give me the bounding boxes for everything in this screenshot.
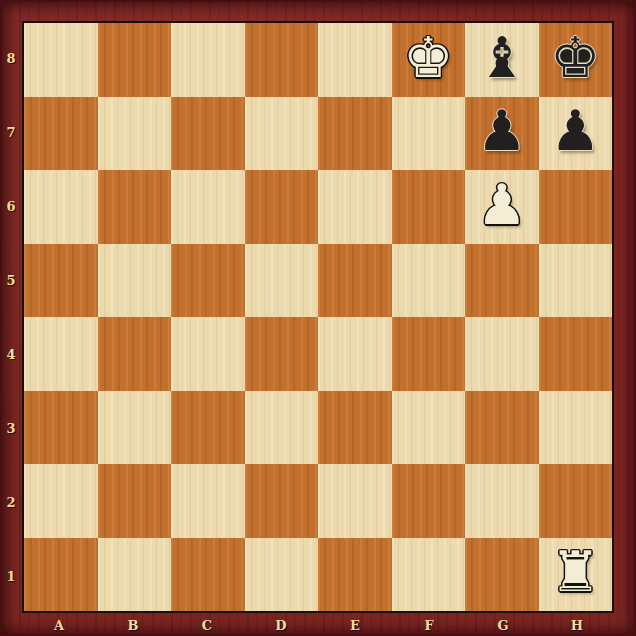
square-c4[interactable] <box>171 317 245 391</box>
square-g2[interactable] <box>465 464 539 538</box>
rank-label-8: 8 <box>0 21 22 95</box>
rank-labels: 87654321 <box>0 21 22 613</box>
square-d5[interactable] <box>245 244 319 318</box>
white-king-f8[interactable]: ♚ <box>403 30 453 86</box>
square-d3[interactable] <box>245 391 319 465</box>
square-e5[interactable] <box>318 244 392 318</box>
rank-label-6: 6 <box>0 169 22 243</box>
file-label-g: G <box>466 614 540 636</box>
square-g4[interactable] <box>465 317 539 391</box>
white-pawn-g6[interactable]: ♟ <box>477 177 527 233</box>
square-f8[interactable]: ♚ <box>392 23 466 97</box>
square-h7[interactable]: ♟ <box>539 97 613 171</box>
square-g1[interactable] <box>465 538 539 612</box>
square-e4[interactable] <box>318 317 392 391</box>
rank-label-3: 3 <box>0 391 22 465</box>
black-pawn-g7[interactable]: ♟ <box>477 103 527 159</box>
square-h8[interactable]: ♚ <box>539 23 613 97</box>
square-e6[interactable] <box>318 170 392 244</box>
square-c2[interactable] <box>171 464 245 538</box>
square-e3[interactable] <box>318 391 392 465</box>
file-label-h: H <box>540 614 614 636</box>
rank-label-7: 7 <box>0 95 22 169</box>
square-c8[interactable] <box>171 23 245 97</box>
rank-label-1: 1 <box>0 539 22 613</box>
black-pawn-h7[interactable]: ♟ <box>550 103 600 159</box>
square-h2[interactable] <box>539 464 613 538</box>
square-g8[interactable]: ♝ <box>465 23 539 97</box>
square-e8[interactable] <box>318 23 392 97</box>
square-b8[interactable] <box>98 23 172 97</box>
file-label-e: E <box>318 614 392 636</box>
square-a6[interactable] <box>24 170 98 244</box>
square-b3[interactable] <box>98 391 172 465</box>
square-h3[interactable] <box>539 391 613 465</box>
square-f4[interactable] <box>392 317 466 391</box>
square-d1[interactable] <box>245 538 319 612</box>
square-f3[interactable] <box>392 391 466 465</box>
square-c7[interactable] <box>171 97 245 171</box>
square-b4[interactable] <box>98 317 172 391</box>
square-c5[interactable] <box>171 244 245 318</box>
square-d8[interactable] <box>245 23 319 97</box>
square-d7[interactable] <box>245 97 319 171</box>
square-f2[interactable] <box>392 464 466 538</box>
square-e1[interactable] <box>318 538 392 612</box>
square-a3[interactable] <box>24 391 98 465</box>
square-e7[interactable] <box>318 97 392 171</box>
square-a8[interactable] <box>24 23 98 97</box>
black-king-h8[interactable]: ♚ <box>550 30 600 86</box>
square-d2[interactable] <box>245 464 319 538</box>
square-a5[interactable] <box>24 244 98 318</box>
square-a1[interactable] <box>24 538 98 612</box>
file-labels: ABCDEFGH <box>22 614 614 636</box>
square-f1[interactable] <box>392 538 466 612</box>
square-g7[interactable]: ♟ <box>465 97 539 171</box>
square-h5[interactable] <box>539 244 613 318</box>
chess-board: ♚♝♚♟♟♟♜ <box>22 21 614 613</box>
square-f6[interactable] <box>392 170 466 244</box>
square-c1[interactable] <box>171 538 245 612</box>
square-d6[interactable] <box>245 170 319 244</box>
square-a2[interactable] <box>24 464 98 538</box>
square-g3[interactable] <box>465 391 539 465</box>
square-b7[interactable] <box>98 97 172 171</box>
rank-label-4: 4 <box>0 317 22 391</box>
file-label-c: C <box>170 614 244 636</box>
file-label-b: B <box>96 614 170 636</box>
file-label-d: D <box>244 614 318 636</box>
file-label-f: F <box>392 614 466 636</box>
square-a7[interactable] <box>24 97 98 171</box>
square-a4[interactable] <box>24 317 98 391</box>
square-c3[interactable] <box>171 391 245 465</box>
file-label-a: A <box>22 614 96 636</box>
square-b2[interactable] <box>98 464 172 538</box>
square-f5[interactable] <box>392 244 466 318</box>
board-frame: 87654321 ABCDEFGH ♚♝♚♟♟♟♜ <box>0 0 636 636</box>
square-g5[interactable] <box>465 244 539 318</box>
square-f7[interactable] <box>392 97 466 171</box>
square-g6[interactable]: ♟ <box>465 170 539 244</box>
square-h6[interactable] <box>539 170 613 244</box>
square-h1[interactable]: ♜ <box>539 538 613 612</box>
black-bishop-g8[interactable]: ♝ <box>477 30 527 86</box>
white-rook-h1[interactable]: ♜ <box>550 544 600 600</box>
square-b5[interactable] <box>98 244 172 318</box>
square-h4[interactable] <box>539 317 613 391</box>
rank-label-5: 5 <box>0 243 22 317</box>
rank-label-2: 2 <box>0 465 22 539</box>
square-b1[interactable] <box>98 538 172 612</box>
square-e2[interactable] <box>318 464 392 538</box>
square-d4[interactable] <box>245 317 319 391</box>
square-c6[interactable] <box>171 170 245 244</box>
square-b6[interactable] <box>98 170 172 244</box>
